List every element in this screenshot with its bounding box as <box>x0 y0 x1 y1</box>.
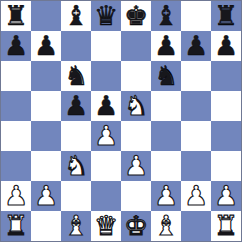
square-d4[interactable]: ♟ <box>91 121 121 151</box>
white-rook[interactable]: ♜ <box>214 212 238 239</box>
square-f2[interactable]: ♟ <box>151 181 181 211</box>
square-h4[interactable] <box>211 121 241 151</box>
square-g2[interactable]: ♟ <box>181 181 211 211</box>
black-pawn[interactable]: ♟ <box>4 32 28 59</box>
white-knight[interactable]: ♞ <box>64 152 88 179</box>
square-h5[interactable] <box>211 91 241 121</box>
square-b8[interactable] <box>31 1 61 31</box>
white-pawn[interactable]: ♟ <box>4 182 28 209</box>
square-h3[interactable] <box>211 151 241 181</box>
square-h6[interactable] <box>211 61 241 91</box>
black-rook[interactable]: ♜ <box>214 2 238 29</box>
white-king[interactable]: ♚ <box>124 212 148 239</box>
square-a1[interactable]: ♜ <box>1 211 31 241</box>
square-f5[interactable] <box>151 91 181 121</box>
white-pawn[interactable]: ♟ <box>154 182 178 209</box>
white-knight[interactable]: ♞ <box>124 92 148 119</box>
chess-board-wrap: ♜♝♛♚♝♜♟♟♟♟♟♞♞♟♟♞♟♞♟♟♟♟♟♟♜♝♛♚♝♜ <box>0 0 242 242</box>
square-d7[interactable] <box>91 31 121 61</box>
square-e2[interactable] <box>121 181 151 211</box>
square-d1[interactable]: ♛ <box>91 211 121 241</box>
square-a7[interactable]: ♟ <box>1 31 31 61</box>
square-e5[interactable]: ♞ <box>121 91 151 121</box>
square-g5[interactable] <box>181 91 211 121</box>
square-d3[interactable] <box>91 151 121 181</box>
square-e8[interactable]: ♚ <box>121 1 151 31</box>
square-d6[interactable] <box>91 61 121 91</box>
square-g1[interactable] <box>181 211 211 241</box>
square-d2[interactable] <box>91 181 121 211</box>
black-bishop[interactable]: ♝ <box>64 2 88 29</box>
white-pawn[interactable]: ♟ <box>34 182 58 209</box>
square-a5[interactable] <box>1 91 31 121</box>
square-g8[interactable] <box>181 1 211 31</box>
square-f4[interactable] <box>151 121 181 151</box>
square-c1[interactable]: ♝ <box>61 211 91 241</box>
white-bishop[interactable]: ♝ <box>64 212 88 239</box>
square-g7[interactable]: ♟ <box>181 31 211 61</box>
square-e4[interactable] <box>121 121 151 151</box>
square-a8[interactable]: ♜ <box>1 1 31 31</box>
square-d8[interactable]: ♛ <box>91 1 121 31</box>
square-d5[interactable]: ♟ <box>91 91 121 121</box>
square-h7[interactable]: ♟ <box>211 31 241 61</box>
square-b1[interactable] <box>31 211 61 241</box>
chess-board: ♜♝♛♚♝♜♟♟♟♟♟♞♞♟♟♞♟♞♟♟♟♟♟♟♜♝♛♚♝♜ <box>0 0 242 242</box>
square-e7[interactable] <box>121 31 151 61</box>
square-e6[interactable] <box>121 61 151 91</box>
square-c8[interactable]: ♝ <box>61 1 91 31</box>
white-pawn[interactable]: ♟ <box>94 122 118 149</box>
square-b6[interactable] <box>31 61 61 91</box>
square-g3[interactable] <box>181 151 211 181</box>
square-e3[interactable]: ♟ <box>121 151 151 181</box>
black-knight[interactable]: ♞ <box>154 62 178 89</box>
white-bishop[interactable]: ♝ <box>154 212 178 239</box>
square-c5[interactable]: ♟ <box>61 91 91 121</box>
square-h8[interactable]: ♜ <box>211 1 241 31</box>
square-e1[interactable]: ♚ <box>121 211 151 241</box>
black-knight[interactable]: ♞ <box>64 62 88 89</box>
black-king[interactable]: ♚ <box>124 2 148 29</box>
square-b7[interactable]: ♟ <box>31 31 61 61</box>
square-a3[interactable] <box>1 151 31 181</box>
square-h1[interactable]: ♜ <box>211 211 241 241</box>
square-c6[interactable]: ♞ <box>61 61 91 91</box>
square-c3[interactable]: ♞ <box>61 151 91 181</box>
square-b5[interactable] <box>31 91 61 121</box>
square-f7[interactable]: ♟ <box>151 31 181 61</box>
black-pawn[interactable]: ♟ <box>184 32 208 59</box>
black-queen[interactable]: ♛ <box>94 2 118 29</box>
square-h2[interactable]: ♟ <box>211 181 241 211</box>
white-pawn[interactable]: ♟ <box>184 182 208 209</box>
square-g6[interactable] <box>181 61 211 91</box>
square-f3[interactable] <box>151 151 181 181</box>
square-g4[interactable] <box>181 121 211 151</box>
square-f1[interactable]: ♝ <box>151 211 181 241</box>
white-rook[interactable]: ♜ <box>4 212 28 239</box>
white-queen[interactable]: ♛ <box>94 212 118 239</box>
black-bishop[interactable]: ♝ <box>154 2 178 29</box>
black-pawn[interactable]: ♟ <box>94 92 118 119</box>
square-a2[interactable]: ♟ <box>1 181 31 211</box>
square-b3[interactable] <box>31 151 61 181</box>
square-c2[interactable] <box>61 181 91 211</box>
square-f8[interactable]: ♝ <box>151 1 181 31</box>
white-pawn[interactable]: ♟ <box>124 152 148 179</box>
square-b4[interactable] <box>31 121 61 151</box>
black-pawn[interactable]: ♟ <box>154 32 178 59</box>
square-c4[interactable] <box>61 121 91 151</box>
square-b2[interactable]: ♟ <box>31 181 61 211</box>
square-a6[interactable] <box>1 61 31 91</box>
black-pawn[interactable]: ♟ <box>214 32 238 59</box>
black-rook[interactable]: ♜ <box>4 2 28 29</box>
square-f6[interactable]: ♞ <box>151 61 181 91</box>
square-c7[interactable] <box>61 31 91 61</box>
square-a4[interactable] <box>1 121 31 151</box>
white-pawn[interactable]: ♟ <box>214 182 238 209</box>
black-pawn[interactable]: ♟ <box>34 32 58 59</box>
black-pawn[interactable]: ♟ <box>64 92 88 119</box>
